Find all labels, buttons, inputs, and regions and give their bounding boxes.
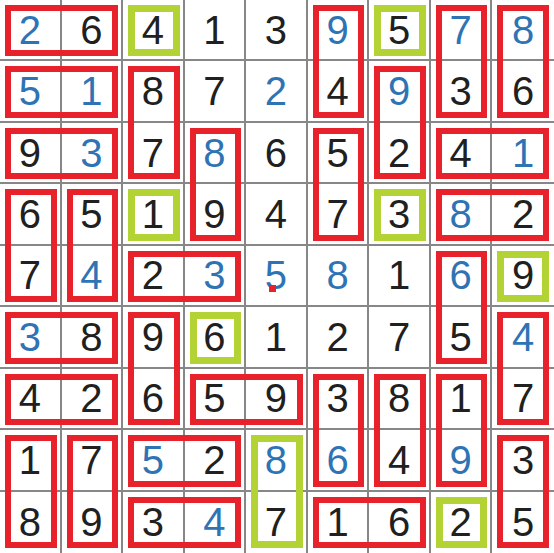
cell-r2c3[interactable]: 8	[185, 123, 247, 184]
cell-r3c0[interactable]: 6	[0, 184, 62, 245]
cell-r8c4[interactable]: 7	[246, 492, 308, 553]
digit: 6	[19, 194, 41, 234]
digit: 6	[80, 10, 102, 50]
cell-r7c5[interactable]: 6	[308, 430, 370, 491]
digit: 3	[388, 194, 410, 234]
cell-r3c1[interactable]: 5	[62, 184, 124, 245]
cell-r1c8[interactable]: 6	[492, 61, 554, 122]
cell-r0c5[interactable]: 9	[308, 0, 370, 61]
digit: 3	[80, 133, 102, 173]
cell-r1c4[interactable]: 2	[246, 61, 308, 122]
digit: 6	[265, 133, 287, 173]
digit: 4	[19, 378, 41, 418]
digit: 4	[142, 10, 164, 50]
digit: 1	[265, 317, 287, 357]
cell-r4c8[interactable]: 9	[492, 246, 554, 307]
digit: 1	[142, 194, 164, 234]
cell-r5c8[interactable]: 4	[492, 307, 554, 368]
sudoku-board: 2641395785187249369378652416519473827423…	[0, 0, 554, 553]
digit: 6	[326, 440, 348, 480]
digit: 7	[265, 502, 287, 542]
digit: 3	[19, 317, 41, 357]
digit: 1	[19, 440, 41, 480]
digit: 4	[388, 440, 410, 480]
digit: 3	[512, 440, 534, 480]
digit: 2	[265, 71, 287, 111]
cell-r2c1[interactable]: 3	[62, 123, 124, 184]
digit: 2	[142, 255, 164, 295]
digit: 4	[203, 502, 225, 542]
cell-r1c7[interactable]: 3	[431, 61, 493, 122]
cell-r4c2[interactable]: 2	[123, 246, 185, 307]
digit: 1	[80, 71, 102, 111]
cell-r5c0[interactable]: 3	[0, 307, 62, 368]
cell-r5c7[interactable]: 5	[431, 307, 493, 368]
digit: 5	[326, 133, 348, 173]
cell-r7c1[interactable]: 7	[62, 430, 124, 491]
cell-r8c2[interactable]: 3	[123, 492, 185, 553]
digit: 9	[203, 194, 225, 234]
digit: 7	[19, 255, 41, 295]
cell-r4c0[interactable]: 7	[0, 246, 62, 307]
digit: 8	[450, 194, 472, 234]
digit: 6	[512, 71, 534, 111]
digit: 9	[19, 133, 41, 173]
digit: 7	[142, 133, 164, 173]
cell-r5c5[interactable]: 2	[308, 307, 370, 368]
digit: 5	[203, 378, 225, 418]
digit: 1	[512, 133, 534, 173]
digit: 5	[388, 10, 410, 50]
cell-r3c4[interactable]: 4	[246, 184, 308, 245]
cell-r7c6[interactable]: 4	[369, 430, 431, 491]
cell-r3c2[interactable]: 1	[123, 184, 185, 245]
digit: 9	[265, 378, 287, 418]
cell-r1c6[interactable]: 9	[369, 61, 431, 122]
digit: 5	[19, 71, 41, 111]
cell-r6c4[interactable]: 9	[246, 369, 308, 430]
digit: 7	[203, 71, 225, 111]
digit: 2	[450, 502, 472, 542]
cell-r1c3[interactable]: 7	[185, 61, 247, 122]
cell-r0c1[interactable]: 6	[62, 0, 124, 61]
cell-r0c4[interactable]: 3	[246, 0, 308, 61]
digit: 3	[142, 502, 164, 542]
digit: 6	[450, 255, 472, 295]
cell-r8c8[interactable]: 5	[492, 492, 554, 553]
cell-r2c8[interactable]: 1	[492, 123, 554, 184]
cell-r6c6[interactable]: 8	[369, 369, 431, 430]
digit: 1	[450, 378, 472, 418]
cell-r1c1[interactable]: 1	[62, 61, 124, 122]
digit: 8	[265, 440, 287, 480]
sudoku-grid: 2641395785187249369378652416519473827423…	[0, 0, 554, 553]
cell-r2c6[interactable]: 2	[369, 123, 431, 184]
digit: 8	[203, 133, 225, 173]
digit: 4	[265, 194, 287, 234]
digit: 5	[265, 255, 287, 295]
digit: 3	[450, 71, 472, 111]
cell-r3c3[interactable]: 9	[185, 184, 247, 245]
cell-r6c0[interactable]: 4	[0, 369, 62, 430]
digit: 2	[326, 317, 348, 357]
digit: 8	[142, 71, 164, 111]
cell-r3c8[interactable]: 2	[492, 184, 554, 245]
cell-r2c7[interactable]: 4	[431, 123, 493, 184]
cell-r4c5[interactable]: 8	[308, 246, 370, 307]
digit: 4	[80, 255, 102, 295]
cell-r6c5[interactable]: 3	[308, 369, 370, 430]
digit: 3	[265, 10, 287, 50]
cell-r2c4[interactable]: 6	[246, 123, 308, 184]
cell-r8c6[interactable]: 6	[369, 492, 431, 553]
digit: 8	[326, 255, 348, 295]
cell-r8c7[interactable]: 2	[431, 492, 493, 553]
cell-r4c3[interactable]: 3	[185, 246, 247, 307]
digit: 2	[19, 10, 41, 50]
cell-r4c4[interactable]: 5	[246, 246, 308, 307]
cell-r8c1[interactable]: 9	[62, 492, 124, 553]
digit: 8	[388, 378, 410, 418]
digit: 8	[19, 502, 41, 542]
cell-r2c5[interactable]: 5	[308, 123, 370, 184]
digit: 4	[512, 317, 534, 357]
digit: 5	[142, 440, 164, 480]
cell-r1c0[interactable]: 5	[0, 61, 62, 122]
cell-r7c7[interactable]: 9	[431, 430, 493, 491]
digit: 9	[142, 317, 164, 357]
cell-r7c8[interactable]: 3	[492, 430, 554, 491]
cell-r8c3[interactable]: 4	[185, 492, 247, 553]
cell-r3c5[interactable]: 7	[308, 184, 370, 245]
digit: 8	[80, 317, 102, 357]
digit: 5	[450, 317, 472, 357]
digit: 1	[388, 255, 410, 295]
digit: 1	[326, 502, 348, 542]
digit: 8	[512, 10, 534, 50]
digit: 2	[388, 133, 410, 173]
cell-r6c8[interactable]: 7	[492, 369, 554, 430]
cell-r5c6[interactable]: 7	[369, 307, 431, 368]
cell-r4c7[interactable]: 6	[431, 246, 493, 307]
cell-r5c3[interactable]: 6	[185, 307, 247, 368]
digit: 7	[512, 378, 534, 418]
cell-r6c3[interactable]: 5	[185, 369, 247, 430]
digit: 6	[388, 502, 410, 542]
cell-r0c2[interactable]: 4	[123, 0, 185, 61]
digit: 7	[326, 194, 348, 234]
cell-r6c1[interactable]: 2	[62, 369, 124, 430]
cell-r6c7[interactable]: 1	[431, 369, 493, 430]
digit: 9	[326, 10, 348, 50]
cell-r6c2[interactable]: 6	[123, 369, 185, 430]
cell-r7c2[interactable]: 5	[123, 430, 185, 491]
digit: 9	[450, 440, 472, 480]
cell-r1c2[interactable]: 8	[123, 61, 185, 122]
cell-r7c4[interactable]: 8	[246, 430, 308, 491]
cell-r5c1[interactable]: 8	[62, 307, 124, 368]
cell-r0c0[interactable]: 2	[0, 0, 62, 61]
cell-r7c0[interactable]: 1	[0, 430, 62, 491]
digit: 1	[203, 10, 225, 50]
cell-r2c2[interactable]: 7	[123, 123, 185, 184]
digit: 2	[203, 440, 225, 480]
cell-r4c6[interactable]: 1	[369, 246, 431, 307]
digit: 9	[512, 255, 534, 295]
cell-r5c2[interactable]: 9	[123, 307, 185, 368]
cell-r3c7[interactable]: 8	[431, 184, 493, 245]
digit: 7	[450, 10, 472, 50]
cell-r8c5[interactable]: 1	[308, 492, 370, 553]
digit: 7	[388, 317, 410, 357]
digit: 6	[203, 317, 225, 357]
cell-r8c0[interactable]: 8	[0, 492, 62, 553]
digit: 2	[80, 378, 102, 418]
cell-r5c4[interactable]: 1	[246, 307, 308, 368]
digit: 9	[388, 71, 410, 111]
cell-r0c8[interactable]: 8	[492, 0, 554, 61]
cell-r0c7[interactable]: 7	[431, 0, 493, 61]
cell-r4c1[interactable]: 4	[62, 246, 124, 307]
digit: 3	[326, 378, 348, 418]
cell-r2c0[interactable]: 9	[0, 123, 62, 184]
cell-r3c6[interactable]: 3	[369, 184, 431, 245]
cell-r7c3[interactable]: 2	[185, 430, 247, 491]
digit: 7	[80, 440, 102, 480]
cell-r0c6[interactable]: 5	[369, 0, 431, 61]
cell-r0c3[interactable]: 1	[185, 0, 247, 61]
digit: 5	[80, 194, 102, 234]
digit: 4	[326, 71, 348, 111]
digit: 2	[512, 194, 534, 234]
cell-r1c5[interactable]: 4	[308, 61, 370, 122]
digit: 3	[203, 255, 225, 295]
digit: 9	[80, 502, 102, 542]
digit: 5	[512, 502, 534, 542]
digit: 4	[450, 133, 472, 173]
digit: 6	[142, 378, 164, 418]
